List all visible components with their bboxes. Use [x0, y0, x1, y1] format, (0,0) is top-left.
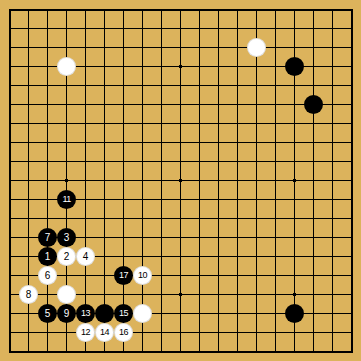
grid-line-horizontal [9, 351, 353, 353]
grid-line-horizontal [9, 332, 353, 333]
grid-line-vertical [351, 9, 353, 353]
grid-line-vertical [332, 9, 333, 353]
move-12-stone-white: 12 [76, 323, 95, 342]
move-6-stone-white: 6 [38, 266, 57, 285]
move-number: 5 [45, 309, 51, 319]
grid-line-vertical [218, 9, 219, 353]
stone-black [285, 57, 304, 76]
move-number: 15 [119, 309, 128, 318]
grid-line-vertical [237, 9, 238, 353]
move-10-stone-white: 10 [133, 266, 152, 285]
move-number: 3 [64, 233, 70, 243]
grid-line-vertical [275, 9, 276, 353]
move-number: 12 [81, 328, 90, 337]
move-3-stone-black: 3 [57, 228, 76, 247]
star-point [65, 179, 68, 182]
move-16-stone-white: 16 [114, 323, 133, 342]
move-2-stone-white: 2 [57, 247, 76, 266]
stone-white [247, 38, 266, 57]
move-9-stone-black: 9 [57, 304, 76, 323]
move-number: 4 [83, 252, 89, 262]
stone-white [133, 304, 152, 323]
move-1-stone-black: 1 [38, 247, 57, 266]
move-number: 11 [62, 195, 70, 204]
move-number: 14 [100, 328, 109, 337]
stone-black [304, 95, 323, 114]
stone-white [57, 57, 76, 76]
grid-line-horizontal [9, 218, 353, 219]
star-point [179, 179, 182, 182]
move-13-stone-black: 13 [76, 304, 95, 323]
move-8-stone-white: 8 [19, 285, 38, 304]
go-board: 1234567891011121314151617 [0, 0, 361, 361]
grid-line-vertical [199, 9, 200, 353]
stone-white [57, 285, 76, 304]
move-number: 7 [45, 233, 51, 243]
move-number: 10 [138, 271, 147, 280]
star-point [179, 293, 182, 296]
move-7-stone-black: 7 [38, 228, 57, 247]
stone-black [95, 304, 114, 323]
grid-line-horizontal [9, 275, 353, 276]
move-number: 1 [45, 252, 51, 262]
move-number: 6 [45, 271, 51, 281]
move-number: 16 [119, 328, 128, 337]
star-point [293, 179, 296, 182]
move-4-stone-white: 4 [76, 247, 95, 266]
move-number: 8 [26, 290, 32, 300]
star-point [179, 65, 182, 68]
grid-line-vertical [256, 9, 257, 353]
move-14-stone-white: 14 [95, 323, 114, 342]
move-number: 13 [81, 309, 90, 318]
move-number: 9 [64, 309, 70, 319]
move-number: 17 [119, 271, 128, 280]
move-17-stone-black: 17 [114, 266, 133, 285]
move-number: 2 [64, 252, 70, 262]
move-5-stone-black: 5 [38, 304, 57, 323]
grid-line-vertical [313, 9, 314, 353]
stone-black [285, 304, 304, 323]
star-point [293, 293, 296, 296]
move-15-stone-black: 15 [114, 304, 133, 323]
move-11-stone-black: 11 [57, 190, 76, 209]
